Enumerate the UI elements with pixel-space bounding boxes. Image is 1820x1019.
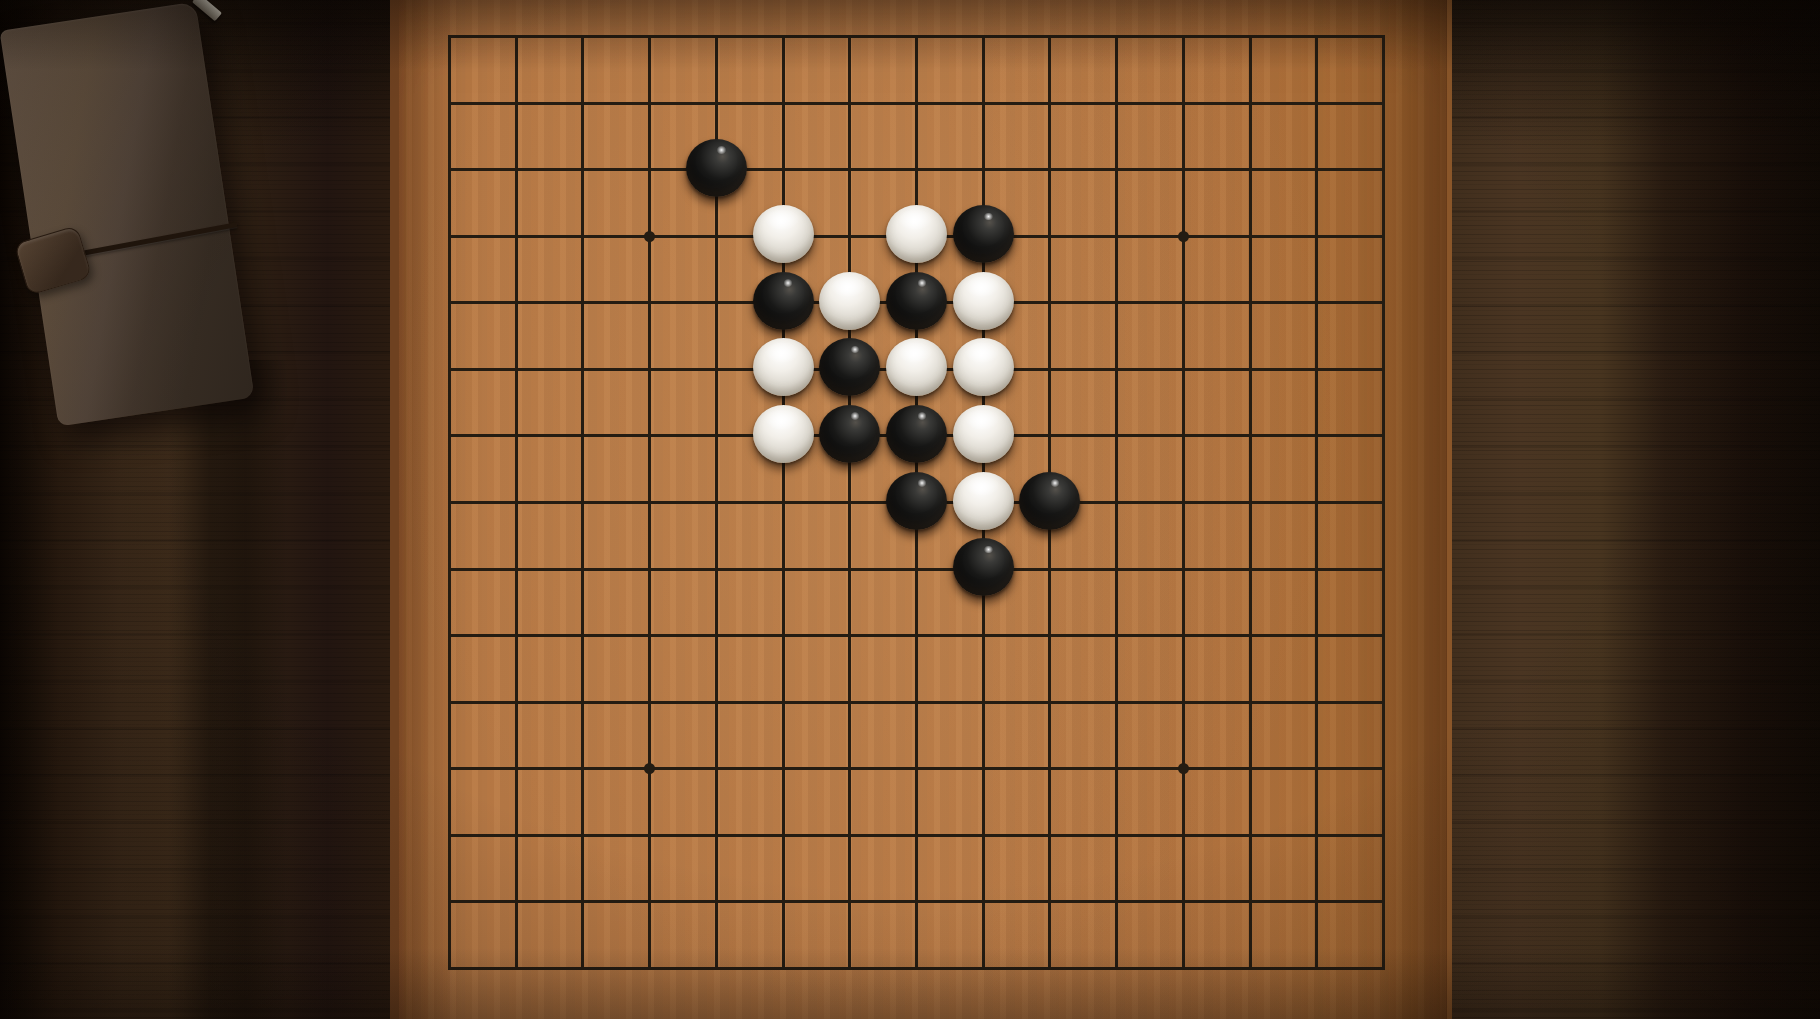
stone-highlight bbox=[917, 279, 927, 287]
stone-white-c9r7 bbox=[953, 405, 1014, 463]
stone-black-c7r7 bbox=[819, 405, 880, 463]
star-point bbox=[1178, 763, 1189, 774]
star-point bbox=[644, 763, 655, 774]
stone-highlight bbox=[965, 409, 999, 430]
stone-highlight bbox=[765, 342, 799, 363]
stone-black-c8r5 bbox=[886, 272, 947, 330]
stone-black-c9r9 bbox=[953, 538, 1014, 596]
stone-highlight bbox=[783, 279, 793, 287]
stone-black-c10r8 bbox=[1019, 472, 1080, 530]
stone-white-c6r4 bbox=[753, 205, 814, 263]
scene bbox=[0, 0, 1820, 1019]
grid-line-horizontal bbox=[448, 568, 1385, 571]
grid-line-horizontal bbox=[448, 701, 1385, 704]
stone-highlight bbox=[765, 409, 799, 430]
stone-white-c7r5 bbox=[819, 272, 880, 330]
stone-black-c7r6 bbox=[819, 338, 880, 396]
grid-line-horizontal bbox=[448, 967, 1385, 970]
grid-line-vertical bbox=[1315, 35, 1318, 970]
stone-highlight bbox=[831, 276, 865, 297]
grid-line-horizontal bbox=[448, 634, 1385, 637]
board-grid[interactable] bbox=[448, 35, 1385, 970]
stone-black-c9r4 bbox=[953, 205, 1014, 263]
stone-white-c9r6 bbox=[953, 338, 1014, 396]
stone-highlight bbox=[983, 213, 993, 221]
stone-highlight bbox=[716, 146, 726, 154]
stone-highlight bbox=[983, 546, 993, 554]
stone-black-c5r3 bbox=[686, 139, 747, 197]
stone-highlight bbox=[1050, 479, 1060, 487]
grid-line-horizontal bbox=[448, 900, 1385, 903]
stone-highlight bbox=[898, 342, 932, 363]
star-point bbox=[644, 231, 655, 242]
stone-highlight bbox=[850, 346, 860, 354]
stone-highlight bbox=[965, 342, 999, 363]
notebook-cast-shadow bbox=[168, 360, 288, 1019]
stone-black-c8r7 bbox=[886, 405, 947, 463]
stone-white-c6r7 bbox=[753, 405, 814, 463]
star-point bbox=[1178, 231, 1189, 242]
stone-highlight bbox=[917, 412, 927, 420]
grid-line-vertical bbox=[1382, 35, 1385, 970]
stone-white-c8r6 bbox=[886, 338, 947, 396]
stone-highlight bbox=[917, 479, 927, 487]
grid-line-vertical bbox=[1182, 35, 1185, 970]
stone-highlight bbox=[898, 209, 932, 230]
stone-highlight bbox=[850, 412, 860, 420]
stone-white-c9r5 bbox=[953, 272, 1014, 330]
grid-line-vertical bbox=[1115, 35, 1118, 970]
stone-black-c6r5 bbox=[753, 272, 814, 330]
stone-white-c8r4 bbox=[886, 205, 947, 263]
grid-line-horizontal bbox=[448, 834, 1385, 837]
stone-highlight bbox=[765, 209, 799, 230]
grid-line-horizontal bbox=[448, 767, 1385, 770]
stone-highlight bbox=[965, 276, 999, 297]
stone-white-c6r6 bbox=[753, 338, 814, 396]
stone-white-c9r8 bbox=[953, 472, 1014, 530]
stone-black-c8r8 bbox=[886, 472, 947, 530]
stone-highlight bbox=[965, 476, 999, 497]
grid-line-vertical bbox=[1249, 35, 1252, 970]
